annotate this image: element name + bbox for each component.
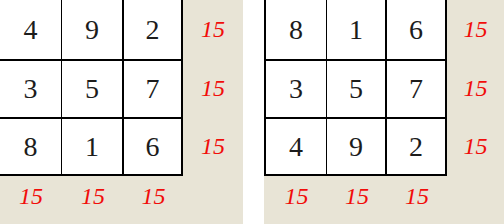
grid-cell: 6: [387, 0, 447, 61]
col-sums-right: 15 15 15: [266, 176, 447, 224]
grid-cell: 7: [124, 61, 183, 119]
grid-cell: 1: [327, 0, 387, 61]
col-sum-label: 15: [62, 176, 124, 224]
grid-cell: 9: [62, 0, 124, 61]
panel-margin: [243, 0, 264, 224]
grid-cell: 1: [62, 119, 124, 176]
grid-cell: 6: [124, 119, 183, 176]
grid-cell: 9: [327, 119, 387, 176]
col-sum-label: 15: [266, 176, 327, 224]
col-sum-label: 15: [0, 176, 62, 224]
col-sum-label: 15: [387, 176, 447, 224]
row-sum-label: 15: [183, 61, 243, 119]
col-sum-label: 15: [124, 176, 183, 224]
col-sum-label: 15: [327, 176, 387, 224]
grid-cell: 4: [266, 119, 327, 176]
row-sum-label: 15: [183, 119, 243, 176]
grid-cell: 8: [266, 0, 327, 61]
grid-cell: 3: [0, 61, 62, 119]
row-sums-right: 15 15 15: [447, 0, 504, 176]
row-sum-label: 15: [183, 0, 243, 61]
grid-left: 4 9 2 3 5 7 8 1 6: [0, 0, 183, 176]
grid-cell: 4: [0, 0, 62, 61]
grid-cell: 3: [266, 61, 327, 119]
grid-cell: 2: [124, 0, 183, 61]
row-sum-label: 15: [447, 61, 504, 119]
grid-cell: 2: [387, 119, 447, 176]
grid-cell: 8: [0, 119, 62, 176]
col-sums-left: 15 15 15: [0, 176, 183, 224]
magic-square-panel-left: 4 9 2 3 5 7 8 1 6 15 15 15 15 15 15: [0, 0, 243, 224]
row-sum-label: 15: [447, 0, 504, 61]
magic-squares-figure: 4 9 2 3 5 7 8 1 6 15 15 15 15 15 15 8 1 …: [0, 0, 504, 224]
grid-right: 8 1 6 3 5 7 4 9 2: [264, 0, 447, 176]
grid-cell: 5: [62, 61, 124, 119]
row-sum-label: 15: [447, 119, 504, 176]
grid-cell: 5: [327, 61, 387, 119]
grid-cell: 7: [387, 61, 447, 119]
magic-square-panel-right: 8 1 6 3 5 7 4 9 2 15 15 15 15 15 15: [243, 0, 504, 224]
row-sums-left: 15 15 15: [183, 0, 243, 176]
